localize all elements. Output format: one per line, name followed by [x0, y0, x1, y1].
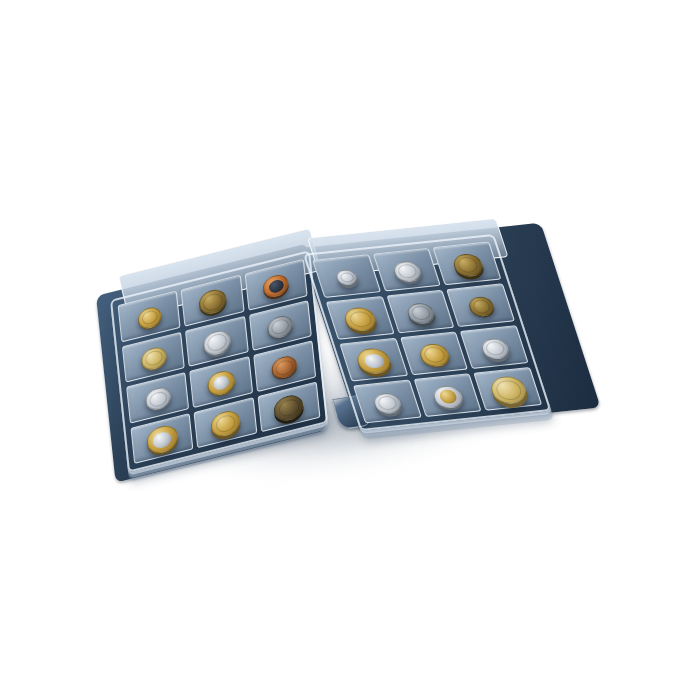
coin-rim-detail: [339, 272, 356, 283]
pocket-right-r3c1: [339, 338, 408, 382]
coin-gold: [210, 408, 242, 439]
pocket-right-r3c3: [460, 325, 529, 369]
coin-rim-detail: [410, 305, 432, 321]
coin-rim-detail: [377, 395, 399, 411]
coin-silver: [202, 328, 232, 358]
coin-center-disc: [363, 353, 386, 369]
coin-gold: [137, 305, 162, 331]
coin-silver: [479, 337, 511, 360]
coin-center-disc: [213, 375, 230, 392]
coin-rim-detail: [207, 332, 227, 352]
coin-rim-detail: [144, 349, 163, 367]
coin-center-disc: [152, 430, 172, 449]
coin-silver: [144, 385, 171, 412]
coin-rim-detail: [348, 310, 374, 328]
coin-rim-detail: [471, 299, 491, 314]
pocket-right-r2c1: [326, 296, 395, 340]
pocket-right-r1c1: [312, 254, 381, 298]
coin-bronze-dark: [273, 392, 305, 423]
pocket-right-r2c2: [386, 290, 455, 334]
coin-gold: [342, 306, 379, 332]
coin-gold-pale: [487, 375, 530, 406]
coin-rim-detail: [271, 318, 290, 336]
coin-silver-dark: [267, 313, 294, 340]
coin-rim-detail: [275, 358, 294, 376]
product-photo-scene: [0, 0, 700, 700]
coin-rim-detail: [456, 256, 480, 273]
coin-silver: [391, 260, 423, 283]
coin-rim-detail: [396, 263, 418, 279]
coin-rim-detail: [215, 413, 237, 434]
coin-bimetal-gold-ring: [145, 423, 179, 457]
coin-gold-dark: [466, 296, 496, 318]
coin-silver-dark: [405, 301, 437, 324]
coin-silver: [335, 269, 360, 287]
coin-rim-detail: [278, 397, 300, 418]
coin-gold-dark: [198, 287, 228, 317]
pocket-right-r3c2: [400, 331, 469, 375]
coin-gold: [417, 342, 452, 367]
coin-rim-detail: [494, 380, 524, 401]
coin-rim-detail: [203, 292, 223, 312]
coin-ring-dark-center: [262, 272, 289, 299]
coin-bimetal-silver-ring: [431, 384, 466, 409]
coin-rim-detail: [484, 341, 506, 357]
coin-center-disc: [438, 389, 458, 403]
pocket-right-r4c1: [353, 380, 422, 424]
pocket-right-r1c3: [433, 241, 502, 285]
coin-gold-dark: [450, 252, 485, 277]
coin-rim-detail: [149, 390, 168, 408]
coin-copper: [271, 354, 298, 381]
pocket-right-r2c3: [446, 283, 515, 327]
coin-center-disc: [268, 278, 284, 293]
coin-rim-detail: [422, 346, 446, 363]
coin-gold-pale: [140, 345, 167, 372]
pocket-right-r4c3: [474, 367, 543, 411]
coin-bimetal-gold-ring: [207, 368, 237, 398]
coin-rim-detail: [141, 309, 158, 326]
coin-bimetal-gold-ring: [354, 347, 394, 376]
coin-silver: [371, 391, 403, 414]
pocket-right-r1c2: [372, 248, 441, 292]
pocket-right-r4c2: [413, 373, 482, 417]
